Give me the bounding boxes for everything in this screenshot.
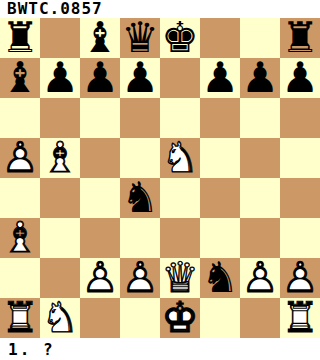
square-f6[interactable] <box>200 98 240 138</box>
square-g2[interactable]: ♟♙ <box>240 258 280 298</box>
square-b4[interactable] <box>40 178 80 218</box>
square-e4[interactable] <box>160 178 200 218</box>
square-f7[interactable]: ♟ <box>200 58 240 98</box>
piece-white-pawn: ♟♙ <box>120 258 160 298</box>
square-e3[interactable] <box>160 218 200 258</box>
square-d1[interactable] <box>120 298 160 338</box>
piece-white-knight: ♞♘ <box>160 138 200 178</box>
puzzle-title: BWTC.0857 <box>0 0 320 18</box>
piece-black-pawn: ♟ <box>240 58 280 98</box>
square-f2[interactable]: ♞ <box>200 258 240 298</box>
square-h2[interactable]: ♟♙ <box>280 258 320 298</box>
piece-black-pawn: ♟ <box>80 58 120 98</box>
square-a2[interactable] <box>0 258 40 298</box>
square-a3[interactable]: ♝♗ <box>0 218 40 258</box>
square-c4[interactable] <box>80 178 120 218</box>
square-b6[interactable] <box>40 98 80 138</box>
piece-white-pawn: ♟♙ <box>240 258 280 298</box>
square-f8[interactable] <box>200 18 240 58</box>
square-g8[interactable] <box>240 18 280 58</box>
square-f3[interactable] <box>200 218 240 258</box>
square-d3[interactable] <box>120 218 160 258</box>
square-e2[interactable]: ♛♕ <box>160 258 200 298</box>
square-a5[interactable]: ♟♙ <box>0 138 40 178</box>
square-c5[interactable] <box>80 138 120 178</box>
piece-white-queen: ♛♕ <box>160 258 200 298</box>
square-b3[interactable] <box>40 218 80 258</box>
square-h3[interactable] <box>280 218 320 258</box>
square-a7[interactable]: ♝ <box>0 58 40 98</box>
piece-black-queen: ♛ <box>120 18 160 58</box>
square-a6[interactable] <box>0 98 40 138</box>
piece-white-rook: ♜♖ <box>280 298 320 338</box>
piece-white-king: ♚♔ <box>160 298 200 338</box>
square-c7[interactable]: ♟ <box>80 58 120 98</box>
piece-black-rook: ♜ <box>0 18 40 58</box>
piece-black-king: ♚ <box>160 18 200 58</box>
piece-white-bishop: ♝♗ <box>0 218 40 258</box>
square-e5[interactable]: ♞♘ <box>160 138 200 178</box>
square-h1[interactable]: ♜♖ <box>280 298 320 338</box>
piece-black-bishop: ♝ <box>80 18 120 58</box>
square-h5[interactable] <box>280 138 320 178</box>
square-h7[interactable]: ♟ <box>280 58 320 98</box>
square-h6[interactable] <box>280 98 320 138</box>
chess-puzzle-screen: BWTC.0857 ♜♝♛♚♜♝♟♟♟♟♟♟♟♙♝♗♞♘♞♝♗♟♙♟♙♛♕♞♟♙… <box>0 0 320 360</box>
square-g7[interactable]: ♟ <box>240 58 280 98</box>
piece-white-pawn: ♟♙ <box>280 258 320 298</box>
piece-black-pawn: ♟ <box>120 58 160 98</box>
chess-board: ♜♝♛♚♜♝♟♟♟♟♟♟♟♙♝♗♞♘♞♝♗♟♙♟♙♛♕♞♟♙♟♙♜♖♞♘♚♔♜♖ <box>0 18 320 338</box>
square-d2[interactable]: ♟♙ <box>120 258 160 298</box>
square-f4[interactable] <box>200 178 240 218</box>
piece-black-rook: ♜ <box>280 18 320 58</box>
square-f5[interactable] <box>200 138 240 178</box>
square-g3[interactable] <box>240 218 280 258</box>
square-e1[interactable]: ♚♔ <box>160 298 200 338</box>
square-d5[interactable] <box>120 138 160 178</box>
square-g6[interactable] <box>240 98 280 138</box>
piece-white-knight: ♞♘ <box>40 298 80 338</box>
square-c8[interactable]: ♝ <box>80 18 120 58</box>
square-c1[interactable] <box>80 298 120 338</box>
square-c6[interactable] <box>80 98 120 138</box>
piece-white-bishop: ♝♗ <box>40 138 80 178</box>
square-e7[interactable] <box>160 58 200 98</box>
piece-black-knight: ♞ <box>120 178 160 218</box>
piece-black-pawn: ♟ <box>280 58 320 98</box>
square-a4[interactable] <box>0 178 40 218</box>
square-b2[interactable] <box>40 258 80 298</box>
square-h4[interactable] <box>280 178 320 218</box>
square-a8[interactable]: ♜ <box>0 18 40 58</box>
square-d6[interactable] <box>120 98 160 138</box>
square-b1[interactable]: ♞♘ <box>40 298 80 338</box>
square-b7[interactable]: ♟ <box>40 58 80 98</box>
square-a1[interactable]: ♜♖ <box>0 298 40 338</box>
square-c2[interactable]: ♟♙ <box>80 258 120 298</box>
square-d4[interactable]: ♞ <box>120 178 160 218</box>
square-f1[interactable] <box>200 298 240 338</box>
square-g1[interactable] <box>240 298 280 338</box>
square-c3[interactable] <box>80 218 120 258</box>
piece-white-pawn: ♟♙ <box>0 138 40 178</box>
piece-black-pawn: ♟ <box>40 58 80 98</box>
piece-black-pawn: ♟ <box>200 58 240 98</box>
piece-black-bishop: ♝ <box>0 58 40 98</box>
square-b8[interactable] <box>40 18 80 58</box>
square-e8[interactable]: ♚ <box>160 18 200 58</box>
piece-black-knight: ♞ <box>200 258 240 298</box>
square-b5[interactable]: ♝♗ <box>40 138 80 178</box>
square-g4[interactable] <box>240 178 280 218</box>
square-d7[interactable]: ♟ <box>120 58 160 98</box>
square-e6[interactable] <box>160 98 200 138</box>
piece-white-rook: ♜♖ <box>0 298 40 338</box>
square-d8[interactable]: ♛ <box>120 18 160 58</box>
square-g5[interactable] <box>240 138 280 178</box>
piece-white-pawn: ♟♙ <box>80 258 120 298</box>
square-h8[interactable]: ♜ <box>280 18 320 58</box>
